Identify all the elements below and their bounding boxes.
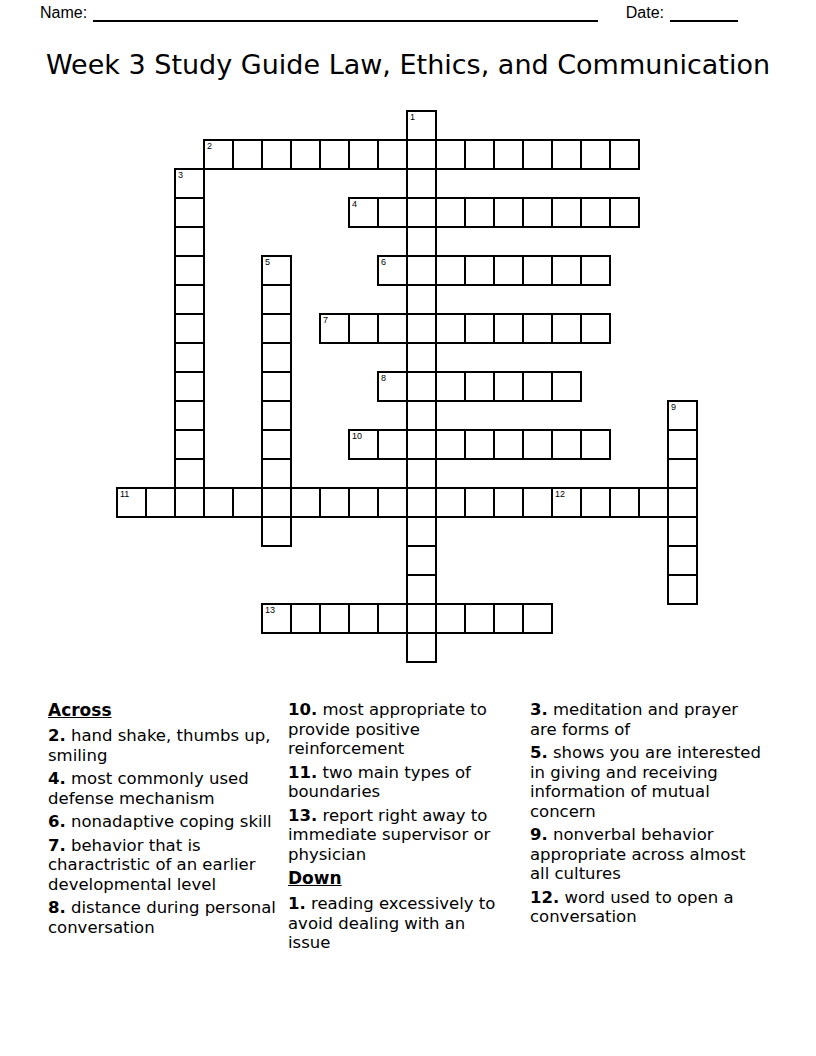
cell-number: 1: [410, 112, 415, 122]
clue-number: 11.: [288, 763, 317, 782]
crossword-cell[interactable]: [667, 516, 698, 547]
crossword-cell[interactable]: [377, 429, 408, 460]
clue-13-across: 13. report right away to immediate super…: [288, 806, 512, 865]
crossword-cell[interactable]: [319, 487, 350, 518]
crossword-cell[interactable]: [348, 487, 379, 518]
crossword-cell[interactable]: [522, 603, 553, 634]
crossword-cell[interactable]: [580, 487, 611, 518]
cell-number: 7: [323, 315, 328, 325]
crossword-cell[interactable]: [435, 255, 466, 286]
crossword-cell[interactable]: [493, 197, 524, 228]
crossword-cell[interactable]: [580, 313, 611, 344]
crossword-cell[interactable]: [435, 139, 466, 170]
crossword-cell[interactable]: 4: [348, 197, 379, 228]
crossword-cell[interactable]: [406, 226, 437, 257]
worksheet-page: Name: Date: Week 3 Study Guide Law, Ethi…: [0, 0, 816, 1056]
clue-3-down: 3. meditation and prayer are forms of: [530, 700, 768, 739]
clue-number: 13.: [288, 806, 317, 825]
clue-text: most appropriate to provide positive rei…: [288, 700, 487, 758]
crossword-cell[interactable]: [232, 139, 263, 170]
cell-number: 11: [120, 489, 129, 499]
clue-number: 12.: [530, 888, 559, 907]
crossword-cell[interactable]: 9: [667, 400, 698, 431]
crossword-cell[interactable]: [261, 487, 292, 518]
crossword-cell[interactable]: [406, 255, 437, 286]
crossword-cell[interactable]: [522, 313, 553, 344]
crossword-cell[interactable]: [261, 400, 292, 431]
crossword-cell[interactable]: [435, 487, 466, 518]
cell-number: 4: [352, 199, 357, 209]
clue-number: 3.: [530, 700, 548, 719]
crossword-cell[interactable]: [464, 255, 495, 286]
crossword-cell[interactable]: [667, 487, 698, 518]
crossword-cell[interactable]: [174, 255, 205, 286]
crossword-cell[interactable]: [464, 197, 495, 228]
crossword-cell[interactable]: [667, 574, 698, 605]
clue-text: word used to open a conversation: [530, 888, 734, 927]
crossword-cell[interactable]: [551, 197, 582, 228]
crossword-cell[interactable]: [406, 313, 437, 344]
crossword-cell[interactable]: 7: [319, 313, 350, 344]
crossword-cell[interactable]: [290, 487, 321, 518]
clue-number: 2.: [48, 726, 66, 745]
crossword-cell[interactable]: [174, 487, 205, 518]
crossword-cell[interactable]: 3: [174, 168, 205, 199]
clue-text: shows you are interested in giving and r…: [530, 743, 761, 821]
clue-text: meditation and prayer are forms of: [530, 700, 738, 739]
crossword-cell[interactable]: [406, 197, 437, 228]
cell-number: 5: [265, 257, 270, 267]
name-label: Name:: [40, 3, 93, 22]
crossword-cell[interactable]: [493, 371, 524, 402]
crossword-cell[interactable]: [551, 313, 582, 344]
crossword-board: 12345678910111213: [117, 111, 697, 662]
crossword-cell[interactable]: [174, 197, 205, 228]
clue-text: report right away to immediate superviso…: [288, 806, 490, 864]
clue-number: 9.: [530, 825, 548, 844]
crossword-cell[interactable]: [580, 139, 611, 170]
down-heading: Down: [288, 868, 512, 888]
crossword-cell[interactable]: [174, 284, 205, 315]
crossword-cell[interactable]: [319, 139, 350, 170]
clue-9-down: 9. nonverbal behavior appropriate across…: [530, 825, 768, 884]
crossword-cell[interactable]: [377, 603, 408, 634]
clue-text: distance during personal conversation: [48, 898, 276, 937]
crossword-cell[interactable]: 12: [551, 487, 582, 518]
clue-text: reading excessively to avoid dealing wit…: [288, 894, 495, 952]
name-blank-line[interactable]: [93, 5, 598, 22]
crossword-cell[interactable]: [522, 371, 553, 402]
crossword-cell[interactable]: [435, 197, 466, 228]
clue-text: behavior that is charactristic of an ear…: [48, 836, 256, 894]
crossword-cell[interactable]: [435, 313, 466, 344]
cell-number: 3: [178, 170, 183, 180]
crossword-cell[interactable]: [406, 458, 437, 489]
crossword-cell[interactable]: [464, 603, 495, 634]
crossword-cell[interactable]: [406, 603, 437, 634]
crossword-cell[interactable]: [174, 458, 205, 489]
clue-col-1: Across2. hand shake, thumbs up, smiling4…: [48, 700, 278, 941]
crossword-cell[interactable]: [580, 429, 611, 460]
crossword-cell[interactable]: [522, 487, 553, 518]
crossword-cell[interactable]: [580, 255, 611, 286]
crossword-cell[interactable]: [551, 139, 582, 170]
clue-number: 10.: [288, 700, 317, 719]
crossword-cell[interactable]: [174, 400, 205, 431]
clue-number: 5.: [530, 743, 548, 762]
clue-text: hand shake, thumbs up, smiling: [48, 726, 270, 765]
crossword-cell[interactable]: 8: [377, 371, 408, 402]
crossword-cell[interactable]: [406, 632, 437, 663]
worksheet-header: Name: Date:: [40, 3, 738, 22]
clue-1-down: 1. reading excessively to avoid dealing …: [288, 894, 512, 953]
crossword-cell[interactable]: 6: [377, 255, 408, 286]
clue-number: 4.: [48, 769, 66, 788]
crossword-cell[interactable]: [667, 458, 698, 489]
crossword-cell[interactable]: [464, 371, 495, 402]
crossword-cell[interactable]: [406, 400, 437, 431]
crossword-cell[interactable]: [348, 603, 379, 634]
crossword-cell[interactable]: [522, 255, 553, 286]
crossword-cell[interactable]: [406, 574, 437, 605]
crossword-cell[interactable]: [377, 197, 408, 228]
crossword-cell[interactable]: [522, 139, 553, 170]
crossword-cell[interactable]: [290, 603, 321, 634]
clue-10-across: 10. most appropriate to provide positive…: [288, 700, 512, 759]
clue-5-down: 5. shows you are interested in giving an…: [530, 743, 768, 821]
clue-8-across: 8. distance during personal conversation: [48, 898, 278, 937]
crossword-cell[interactable]: [377, 313, 408, 344]
crossword-cell[interactable]: [261, 458, 292, 489]
crossword-cell[interactable]: [638, 487, 669, 518]
crossword-cell[interactable]: 11: [116, 487, 147, 518]
clue-number: 8.: [48, 898, 66, 917]
crossword-cell[interactable]: [377, 487, 408, 518]
crossword-cell[interactable]: [551, 371, 582, 402]
crossword-cell[interactable]: [464, 487, 495, 518]
clue-text: nonverbal behavior appropriate across al…: [530, 825, 745, 883]
clue-number: 6.: [48, 812, 66, 831]
crossword-cell[interactable]: [261, 139, 292, 170]
crossword-cell[interactable]: [493, 487, 524, 518]
crossword-cell[interactable]: [261, 429, 292, 460]
crossword-cell[interactable]: [290, 139, 321, 170]
crossword-cell[interactable]: [406, 516, 437, 547]
clue-7-across: 7. behavior that is charactristic of an …: [48, 836, 278, 895]
crossword-cell[interactable]: [464, 139, 495, 170]
date-label: Date:: [626, 3, 670, 22]
crossword-cell[interactable]: [435, 429, 466, 460]
crossword-cell[interactable]: [174, 342, 205, 373]
crossword-cell[interactable]: [464, 313, 495, 344]
clue-11-across: 11. two main types of boundaries: [288, 763, 512, 802]
crossword-cell[interactable]: 10: [348, 429, 379, 460]
cell-number: 10: [352, 431, 362, 441]
clue-number: 7.: [48, 836, 66, 855]
crossword-cell[interactable]: [609, 487, 640, 518]
date-blank-line[interactable]: [670, 5, 738, 22]
clue-2-across: 2. hand shake, thumbs up, smiling: [48, 726, 278, 765]
crossword-cell[interactable]: [522, 197, 553, 228]
crossword-cell[interactable]: [174, 226, 205, 257]
crossword-cell[interactable]: [261, 342, 292, 373]
clue-col-2: 10. most appropriate to provide positive…: [288, 700, 512, 957]
crossword-cell[interactable]: [406, 342, 437, 373]
crossword-cell[interactable]: [493, 255, 524, 286]
crossword-cell[interactable]: [261, 313, 292, 344]
crossword-cell[interactable]: [232, 487, 263, 518]
crossword-cell[interactable]: [551, 255, 582, 286]
clue-text: most commonly used defense mechanism: [48, 769, 249, 808]
crossword-cell[interactable]: [406, 371, 437, 402]
crossword-cell[interactable]: [493, 313, 524, 344]
crossword-cell[interactable]: [435, 603, 466, 634]
crossword-cell[interactable]: [377, 139, 408, 170]
crossword-cell[interactable]: [406, 545, 437, 576]
crossword-cell[interactable]: [580, 197, 611, 228]
page-title: Week 3 Study Guide Law, Ethics, and Comm…: [0, 49, 816, 80]
crossword-cell[interactable]: 2: [203, 139, 234, 170]
crossword-cell[interactable]: 1: [406, 110, 437, 141]
crossword-cell[interactable]: 5: [261, 255, 292, 286]
crossword-cell[interactable]: [406, 487, 437, 518]
clue-12-down: 12. word used to open a conversation: [530, 888, 768, 927]
clue-number: 1.: [288, 894, 306, 913]
crossword-cell[interactable]: [406, 168, 437, 199]
crossword-cell[interactable]: [667, 429, 698, 460]
crossword-cell[interactable]: [406, 284, 437, 315]
crossword-cell[interactable]: 13: [261, 603, 292, 634]
cell-number: 12: [555, 489, 565, 499]
crossword-cell[interactable]: [319, 603, 350, 634]
crossword-cell[interactable]: [261, 516, 292, 547]
crossword-cell[interactable]: [406, 139, 437, 170]
clue-text: nonadaptive coping skill: [66, 812, 272, 831]
crossword-cell[interactable]: [174, 429, 205, 460]
crossword-cell[interactable]: [261, 284, 292, 315]
crossword-cell[interactable]: [145, 487, 176, 518]
cell-number: 9: [671, 402, 676, 412]
cell-number: 8: [381, 373, 386, 383]
crossword-cell[interactable]: [348, 313, 379, 344]
crossword-cell[interactable]: [174, 371, 205, 402]
crossword-cell[interactable]: [435, 371, 466, 402]
crossword-cell[interactable]: [493, 429, 524, 460]
crossword-cell[interactable]: [406, 429, 437, 460]
crossword-cell[interactable]: [609, 139, 640, 170]
crossword-cell[interactable]: [261, 371, 292, 402]
crossword-cell[interactable]: [348, 139, 379, 170]
crossword-cell[interactable]: [174, 313, 205, 344]
crossword-cell[interactable]: [493, 139, 524, 170]
crossword-cell[interactable]: [522, 429, 553, 460]
crossword-cell[interactable]: [203, 487, 234, 518]
crossword-cell[interactable]: [551, 429, 582, 460]
cell-number: 13: [265, 605, 275, 615]
crossword-cell[interactable]: [667, 545, 698, 576]
clue-6-across: 6. nonadaptive coping skill: [48, 812, 278, 832]
across-heading: Across: [48, 700, 278, 720]
clue-4-across: 4. most commonly used defense mechanism: [48, 769, 278, 808]
cell-number: 2: [207, 141, 212, 151]
cell-number: 6: [381, 257, 386, 267]
crossword-cell[interactable]: [493, 603, 524, 634]
crossword-cell[interactable]: [609, 197, 640, 228]
clue-col-3: 3. meditation and prayer are forms of5. …: [530, 700, 768, 931]
crossword-cell[interactable]: [464, 429, 495, 460]
